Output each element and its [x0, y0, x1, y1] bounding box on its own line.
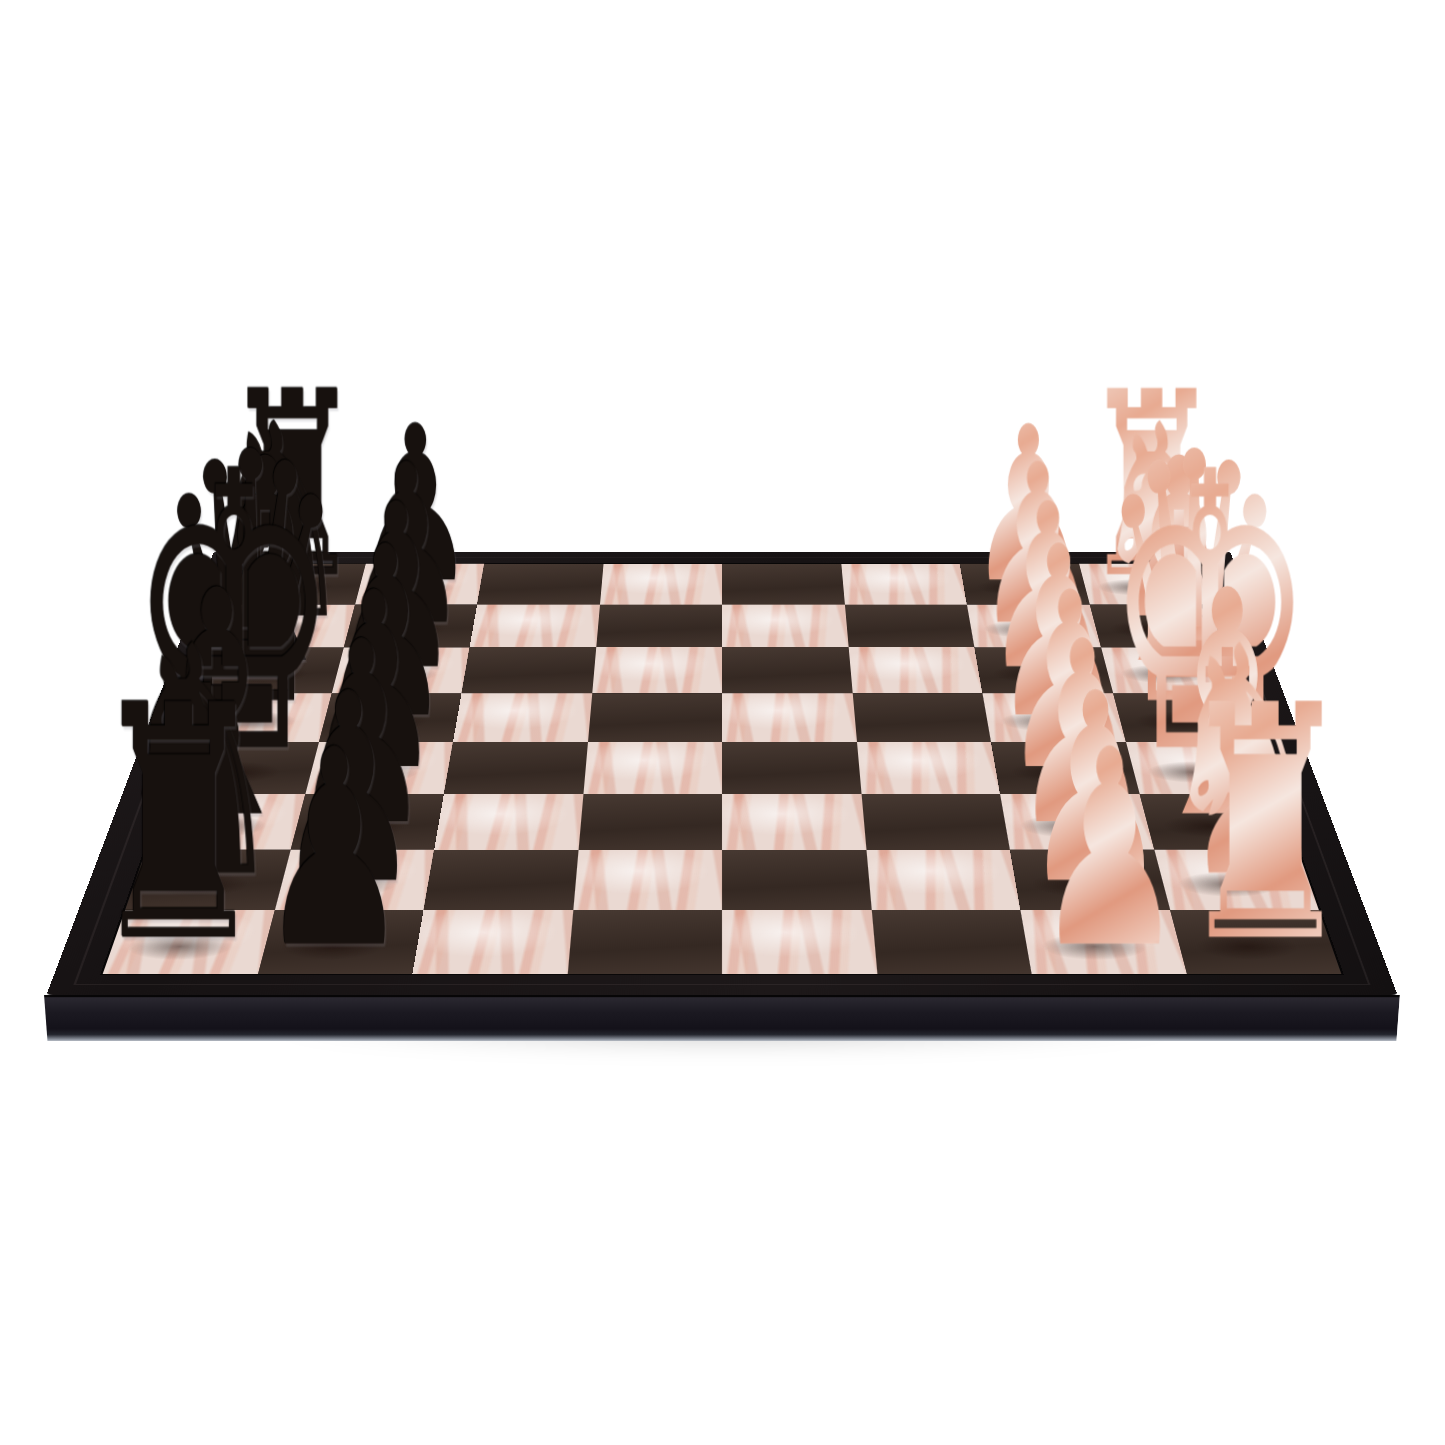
square [592, 647, 722, 693]
rose-pawn: ♟ [1035, 720, 1186, 978]
square [871, 910, 1031, 974]
square [722, 850, 871, 910]
square: ♟ [1020, 910, 1186, 974]
black-rook: ♜ [89, 671, 269, 978]
square [841, 564, 967, 605]
square [722, 794, 866, 850]
square [722, 564, 844, 605]
square [453, 693, 592, 742]
chess-board: ♜♟♟♜♞♟♟♞♝♟♟♝♛♟♟♛♚♟♟♚♝♟♟♝♞♟♟♞♜♟♟♜ [46, 552, 1397, 995]
square [477, 564, 603, 605]
board-border: ♜♟♟♜♞♟♟♞♝♟♟♝♛♟♟♛♚♟♟♚♝♟♟♝♞♟♟♞♜♟♟♜ [46, 552, 1397, 995]
board-slab-edge [44, 995, 1400, 1041]
square [848, 647, 982, 693]
square [434, 794, 583, 850]
square [600, 564, 722, 605]
square [861, 794, 1010, 850]
square [722, 604, 848, 647]
square: ♜ [1170, 910, 1342, 974]
square [866, 850, 1020, 910]
square [722, 742, 861, 794]
square [722, 647, 852, 693]
square: ♟ [258, 910, 424, 974]
square [567, 910, 722, 974]
square [583, 742, 722, 794]
square [424, 850, 578, 910]
square [588, 693, 723, 742]
square [462, 647, 596, 693]
square [444, 742, 588, 794]
board-grid: ♜♟♟♜♞♟♟♞♝♟♟♝♛♟♟♛♚♟♟♚♝♟♟♝♞♟♟♞♜♟♟♜ [103, 564, 1342, 974]
square [596, 604, 722, 647]
square [857, 742, 1001, 794]
square [573, 850, 722, 910]
square [470, 604, 600, 647]
rose-rook: ♜ [1175, 671, 1355, 978]
square [844, 604, 974, 647]
square [578, 794, 722, 850]
square: ♜ [103, 910, 275, 974]
square [852, 693, 991, 742]
square [412, 910, 572, 974]
square [722, 693, 857, 742]
square [722, 910, 877, 974]
black-pawn: ♟ [259, 720, 410, 978]
chess-set-photo: ♜♟♟♜♞♟♟♞♝♟♟♝♛♟♟♛♚♟♟♚♝♟♟♝♞♟♟♞♜♟♟♜ [0, 0, 1445, 1445]
